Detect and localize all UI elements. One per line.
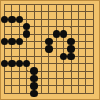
black-stone[interactable] (23, 23, 30, 30)
black-stone[interactable] (16, 38, 23, 45)
black-stone[interactable] (45, 45, 52, 52)
black-stone[interactable] (53, 30, 60, 37)
grid-line-horizontal (4, 56, 94, 57)
black-stone[interactable] (67, 45, 74, 52)
black-stone[interactable] (8, 60, 15, 67)
grid-line-horizontal (4, 85, 94, 86)
go-board[interactable] (0, 0, 100, 100)
black-stone[interactable] (8, 38, 15, 45)
black-stone[interactable] (1, 16, 8, 23)
black-stone[interactable] (1, 60, 8, 67)
black-stone[interactable] (67, 53, 74, 60)
black-stone[interactable] (30, 82, 37, 89)
screenshot (0, 0, 100, 100)
grid-line-horizontal (4, 71, 94, 72)
black-stone[interactable] (1, 38, 8, 45)
grid-line-horizontal (4, 78, 94, 79)
black-stone[interactable] (8, 16, 15, 23)
hoshi-point (70, 26, 72, 28)
black-stone[interactable] (30, 90, 37, 97)
grid-line-vertical (56, 4, 57, 94)
black-stone[interactable] (16, 60, 23, 67)
black-stone[interactable] (23, 30, 30, 37)
grid-line-vertical (93, 4, 94, 94)
black-stone[interactable] (23, 60, 30, 67)
black-stone[interactable] (67, 38, 74, 45)
hoshi-point (70, 70, 72, 72)
grid-line-vertical (63, 4, 64, 94)
black-stone[interactable] (60, 30, 67, 37)
hoshi-point (26, 70, 28, 72)
black-stone[interactable] (60, 53, 67, 60)
black-stone[interactable] (30, 75, 37, 82)
grid-line-vertical (78, 4, 79, 94)
grid-line-vertical (85, 4, 86, 94)
black-stone[interactable] (16, 16, 23, 23)
grid-line-horizontal (4, 93, 94, 94)
black-stone[interactable] (30, 67, 37, 74)
black-stone[interactable] (45, 38, 52, 45)
